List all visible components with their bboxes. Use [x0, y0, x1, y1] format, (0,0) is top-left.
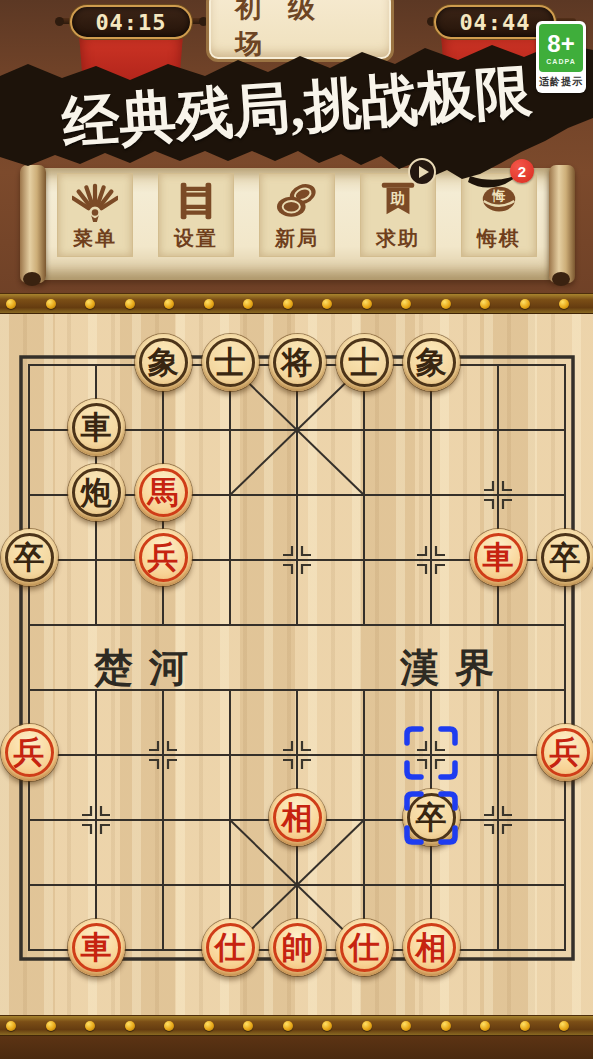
undo-button-label: 悔棋 [477, 224, 521, 252]
stage-title: 初级场 [209, 0, 391, 62]
red-piece-相[interactable]: 相 [403, 919, 460, 976]
piece-character: 兵 [14, 737, 45, 768]
scroll-roll-left [20, 165, 46, 283]
black-piece-象[interactable]: 象 [403, 334, 460, 391]
xiangqi-app: 04:15 04:44 初级场 [0, 0, 593, 1059]
menu-button[interactable]: 菜单 [58, 174, 132, 256]
piece-character: 象 [148, 347, 179, 378]
help-button-label: 求助 [376, 224, 420, 252]
red-piece-相[interactable]: 相 [269, 789, 326, 846]
gold-stud [441, 1021, 451, 1031]
gold-stud [520, 1021, 530, 1031]
gold-stud [204, 1021, 214, 1031]
gold-stud [559, 1021, 569, 1031]
piece-character: 卒 [550, 542, 581, 573]
gold-stud [480, 1021, 490, 1031]
piece-character: 仕 [215, 932, 246, 963]
gold-stud [243, 299, 253, 309]
gold-stud [164, 1021, 174, 1031]
piece-character: 仕 [349, 932, 380, 963]
svg-text:助: 助 [390, 190, 405, 206]
gold-stud [164, 299, 174, 309]
age-rating-box: 8+ CADPA [539, 24, 583, 72]
red-piece-馬[interactable]: 馬 [135, 464, 192, 521]
black-piece-士[interactable]: 士 [202, 334, 259, 391]
red-piece-兵[interactable]: 兵 [1, 724, 58, 781]
gold-stud [520, 299, 530, 309]
gold-stud [46, 1021, 56, 1031]
scroll-roll-right [549, 165, 575, 283]
pieces-icon [274, 178, 320, 224]
gold-stud [401, 299, 411, 309]
black-piece-炮[interactable]: 炮 [68, 464, 125, 521]
black-piece-象[interactable]: 象 [135, 334, 192, 391]
gold-stud [362, 299, 372, 309]
undo-count-badge: 2 [510, 159, 534, 183]
red-piece-仕[interactable]: 仕 [202, 919, 259, 976]
help-button[interactable]: 助 求助 [361, 174, 435, 256]
age-rating-org: CADPA [546, 58, 575, 65]
gold-stud [480, 299, 490, 309]
age-rating-badge: 8+ CADPA 适龄提示 [536, 21, 586, 93]
black-piece-車[interactable]: 車 [68, 399, 125, 456]
piece-icon: 悔 [476, 178, 522, 224]
age-rating-value: 8+ [547, 32, 574, 56]
gold-stud [322, 299, 332, 309]
piece-character: 士 [215, 347, 246, 378]
svg-text:悔: 悔 [492, 189, 506, 203]
gold-stud [243, 1021, 253, 1031]
gold-stud [46, 299, 56, 309]
gold-stud [559, 299, 569, 309]
red-piece-車[interactable]: 車 [68, 919, 125, 976]
play-icon [419, 166, 429, 178]
piece-character: 士 [349, 347, 380, 378]
piece-character: 卒 [416, 802, 447, 833]
piece-character: 車 [81, 412, 112, 443]
piece-character: 相 [282, 802, 313, 833]
black-piece-卒[interactable]: 卒 [537, 529, 593, 586]
scroll-knob [552, 272, 570, 286]
red-piece-帥[interactable]: 帥 [269, 919, 326, 976]
new-game-button[interactable]: 新局 [260, 174, 334, 256]
piece-character: 兵 [148, 542, 179, 573]
settings-button[interactable]: 设置 [159, 174, 233, 256]
piece-character: 帥 [282, 932, 313, 963]
stage-title-plaque: 初级场 [206, 0, 394, 62]
gold-stud [283, 299, 293, 309]
menu-button-label: 菜单 [73, 224, 117, 252]
settings-button-label: 设置 [174, 224, 218, 252]
black-piece-卒[interactable]: 卒 [1, 529, 58, 586]
piece-character: 兵 [550, 737, 581, 768]
red-piece-兵[interactable]: 兵 [135, 529, 192, 586]
piece-character: 象 [416, 347, 447, 378]
bottom-strip [0, 1035, 593, 1059]
piece-character: 炮 [81, 477, 112, 508]
piece-character: 馬 [148, 477, 179, 508]
gold-stud [441, 299, 451, 309]
new-game-button-label: 新局 [275, 224, 319, 252]
piece-character: 将 [282, 347, 313, 378]
gold-stud [204, 299, 214, 309]
gold-stud [362, 1021, 372, 1031]
red-piece-兵[interactable]: 兵 [537, 724, 593, 781]
left-red-banner [79, 34, 183, 126]
banner-icon: 助 [375, 178, 421, 224]
fan-icon [72, 178, 118, 224]
gold-stud [85, 1021, 95, 1031]
settings-icon [173, 178, 219, 224]
gold-stud [6, 299, 16, 309]
black-piece-士[interactable]: 士 [336, 334, 393, 391]
gold-stud [125, 1021, 135, 1031]
age-rating-note: 适龄提示 [539, 75, 583, 89]
gold-stud [283, 1021, 293, 1031]
scroll-knob [23, 272, 41, 286]
gold-stud [125, 299, 135, 309]
black-piece-卒[interactable]: 卒 [403, 789, 460, 846]
piece-character: 車 [81, 932, 112, 963]
black-piece-将[interactable]: 将 [269, 334, 326, 391]
video-ad-badge[interactable] [408, 158, 436, 186]
gold-stud [85, 299, 95, 309]
red-piece-車[interactable]: 車 [470, 529, 527, 586]
undo-button[interactable]: 悔 悔棋 [462, 174, 536, 256]
left-rod-knob [55, 17, 64, 26]
gold-stud [6, 1021, 16, 1031]
piece-character: 車 [483, 542, 514, 573]
gold-stud [322, 1021, 332, 1031]
right-red-banner [441, 34, 545, 126]
black-player-timer: 04:15 [70, 5, 192, 39]
gold-stud [401, 1021, 411, 1031]
piece-character: 相 [416, 932, 447, 963]
red-piece-仕[interactable]: 仕 [336, 919, 393, 976]
piece-character: 卒 [14, 542, 45, 573]
